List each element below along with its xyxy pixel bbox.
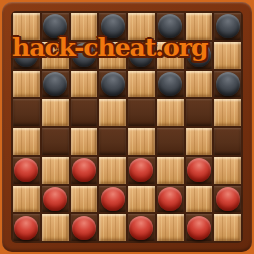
square-c7[interactable]	[71, 42, 98, 69]
square-c3[interactable]	[71, 157, 98, 184]
square-e6[interactable]	[128, 71, 155, 98]
square-d4[interactable]	[99, 128, 126, 155]
square-d6[interactable]	[99, 71, 126, 98]
square-a8[interactable]	[13, 13, 40, 40]
square-c2[interactable]	[71, 186, 98, 213]
square-d5[interactable]	[99, 99, 126, 126]
square-d1[interactable]	[99, 214, 126, 241]
square-b4[interactable]	[42, 128, 69, 155]
square-g7[interactable]	[186, 42, 213, 69]
square-a7[interactable]	[13, 42, 40, 69]
square-a6[interactable]	[13, 71, 40, 98]
square-b1[interactable]	[42, 214, 69, 241]
dark-piece[interactable]	[158, 72, 182, 96]
square-f1[interactable]	[157, 214, 184, 241]
dark-piece[interactable]	[129, 43, 153, 67]
dark-piece[interactable]	[216, 72, 240, 96]
square-e1[interactable]	[128, 214, 155, 241]
square-g2[interactable]	[186, 186, 213, 213]
square-f7[interactable]	[157, 42, 184, 69]
dark-piece[interactable]	[216, 14, 240, 38]
checkers-board	[2, 2, 252, 252]
red-piece[interactable]	[101, 187, 125, 211]
red-piece[interactable]	[14, 216, 38, 240]
square-g5[interactable]	[186, 99, 213, 126]
square-h6[interactable]	[214, 71, 241, 98]
square-e7[interactable]	[128, 42, 155, 69]
red-piece[interactable]	[216, 187, 240, 211]
dark-piece[interactable]	[43, 14, 67, 38]
square-a5[interactable]	[13, 99, 40, 126]
checkers-app-screenshot: { "game": "checkers", "variant": "englis…	[0, 0, 254, 254]
square-c6[interactable]	[71, 71, 98, 98]
square-g4[interactable]	[186, 128, 213, 155]
square-a4[interactable]	[13, 128, 40, 155]
square-e3[interactable]	[128, 157, 155, 184]
square-g3[interactable]	[186, 157, 213, 184]
dark-piece[interactable]	[101, 14, 125, 38]
square-b3[interactable]	[42, 157, 69, 184]
red-piece[interactable]	[129, 158, 153, 182]
square-h3[interactable]	[214, 157, 241, 184]
square-h8[interactable]	[214, 13, 241, 40]
dark-piece[interactable]	[187, 43, 211, 67]
square-e8[interactable]	[128, 13, 155, 40]
dark-piece[interactable]	[101, 72, 125, 96]
square-b7[interactable]	[42, 42, 69, 69]
square-e2[interactable]	[128, 186, 155, 213]
square-c4[interactable]	[71, 128, 98, 155]
square-b8[interactable]	[42, 13, 69, 40]
square-a2[interactable]	[13, 186, 40, 213]
square-g6[interactable]	[186, 71, 213, 98]
square-e4[interactable]	[128, 128, 155, 155]
square-b6[interactable]	[42, 71, 69, 98]
square-g1[interactable]	[186, 214, 213, 241]
square-c8[interactable]	[71, 13, 98, 40]
dark-piece[interactable]	[72, 43, 96, 67]
red-piece[interactable]	[187, 216, 211, 240]
red-piece[interactable]	[43, 187, 67, 211]
red-piece[interactable]	[129, 216, 153, 240]
square-f8[interactable]	[157, 13, 184, 40]
square-a1[interactable]	[13, 214, 40, 241]
square-f6[interactable]	[157, 71, 184, 98]
square-f3[interactable]	[157, 157, 184, 184]
square-d3[interactable]	[99, 157, 126, 184]
dark-piece[interactable]	[43, 72, 67, 96]
square-f4[interactable]	[157, 128, 184, 155]
square-d7[interactable]	[99, 42, 126, 69]
dark-piece[interactable]	[14, 43, 38, 67]
square-h1[interactable]	[214, 214, 241, 241]
red-piece[interactable]	[72, 216, 96, 240]
square-h2[interactable]	[214, 186, 241, 213]
square-g8[interactable]	[186, 13, 213, 40]
square-h4[interactable]	[214, 128, 241, 155]
square-f5[interactable]	[157, 99, 184, 126]
red-piece[interactable]	[187, 158, 211, 182]
red-piece[interactable]	[72, 158, 96, 182]
square-f2[interactable]	[157, 186, 184, 213]
red-piece[interactable]	[158, 187, 182, 211]
square-c1[interactable]	[71, 214, 98, 241]
square-b5[interactable]	[42, 99, 69, 126]
square-h7[interactable]	[214, 42, 241, 69]
square-d2[interactable]	[99, 186, 126, 213]
square-e5[interactable]	[128, 99, 155, 126]
square-d8[interactable]	[99, 13, 126, 40]
dark-piece[interactable]	[158, 14, 182, 38]
square-h5[interactable]	[214, 99, 241, 126]
board-grid	[11, 11, 243, 243]
square-a3[interactable]	[13, 157, 40, 184]
red-piece[interactable]	[14, 158, 38, 182]
square-c5[interactable]	[71, 99, 98, 126]
square-b2[interactable]	[42, 186, 69, 213]
